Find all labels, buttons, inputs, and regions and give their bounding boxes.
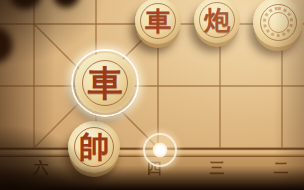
piece-glyph: 炮	[194, 0, 240, 43]
selection-glow-ring	[71, 49, 139, 117]
piece-facedown[interactable]	[253, 0, 303, 47]
piece-車[interactable]: 車	[75, 53, 135, 113]
piece-車[interactable]: 車	[135, 0, 181, 44]
piece-炮[interactable]: 炮	[194, 0, 240, 43]
piece-帥[interactable]: 帥	[68, 121, 120, 173]
facedown-ring	[268, 12, 289, 33]
pieces-layer: 車炮帥車	[0, 0, 304, 190]
xiangqi-board: 六五四三二 車炮帥車	[0, 0, 304, 190]
piece-glyph: 帥	[68, 121, 120, 173]
piece-glyph: 車	[135, 0, 181, 44]
